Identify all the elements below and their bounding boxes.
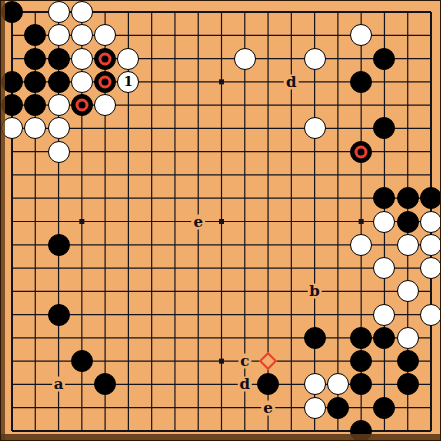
star-point	[219, 79, 224, 84]
white-stone	[71, 48, 93, 70]
white-stone	[48, 141, 70, 163]
black-stone	[373, 187, 395, 209]
black-stone-circle-marked	[350, 141, 372, 163]
black-stone	[350, 350, 372, 372]
black-stone	[71, 350, 93, 372]
white-stone	[420, 304, 441, 326]
go-board: 1abcddee	[0, 0, 441, 441]
black-stone	[94, 373, 116, 395]
white-stone	[94, 24, 116, 46]
star-point	[79, 219, 84, 224]
black-stone	[24, 24, 46, 46]
black-stone	[24, 48, 46, 70]
white-stone	[304, 397, 326, 419]
black-stone	[304, 327, 326, 349]
point-label-d: d	[238, 377, 253, 392]
star-point	[219, 359, 224, 364]
star-point	[219, 219, 224, 224]
white-stone	[420, 234, 441, 256]
point-label-b: b	[307, 284, 322, 299]
black-stone	[48, 234, 70, 256]
white-stone	[48, 117, 70, 139]
white-stone	[117, 48, 139, 70]
white-stone	[48, 1, 70, 23]
black-stone	[24, 94, 46, 116]
white-stone	[327, 373, 349, 395]
black-stone	[373, 327, 395, 349]
black-stone	[48, 71, 70, 93]
black-stone	[397, 373, 419, 395]
black-stone	[257, 373, 279, 395]
white-stone	[397, 280, 419, 302]
red-circle-mark	[355, 145, 368, 158]
white-stone	[304, 117, 326, 139]
point-label-e: e	[261, 400, 275, 415]
white-stone	[397, 327, 419, 349]
black-stone	[327, 397, 349, 419]
point-label-a: a	[52, 377, 66, 392]
white-stone	[304, 48, 326, 70]
board-edge-shade-left	[1, 1, 5, 441]
white-stone	[94, 94, 116, 116]
black-stone	[350, 373, 372, 395]
black-stone-circle-marked	[94, 48, 116, 70]
red-circle-mark	[99, 75, 112, 88]
white-stone	[420, 211, 441, 233]
black-stone	[24, 71, 46, 93]
white-stone	[420, 257, 441, 279]
black-stone	[48, 48, 70, 70]
white-stone	[397, 234, 419, 256]
point-label-d: d	[284, 74, 299, 89]
black-stone	[397, 350, 419, 372]
black-stone-circle-marked	[94, 71, 116, 93]
white-stone-numbered: 1	[117, 71, 139, 93]
white-stone	[350, 24, 372, 46]
white-stone	[304, 373, 326, 395]
black-stone	[397, 211, 419, 233]
point-label-c: c	[238, 354, 251, 369]
point-label-e: e	[191, 214, 205, 229]
stone-number-label: 1	[118, 72, 138, 92]
black-stone	[397, 187, 419, 209]
black-stone	[420, 187, 441, 209]
white-stone	[373, 304, 395, 326]
red-circle-mark	[99, 52, 112, 65]
white-stone	[373, 211, 395, 233]
board-edge-shade-bottom	[1, 434, 441, 440]
white-stone	[71, 1, 93, 23]
black-stone-circle-marked	[71, 94, 93, 116]
black-stone	[373, 117, 395, 139]
black-stone	[48, 304, 70, 326]
red-circle-mark	[75, 99, 88, 112]
black-stone	[350, 327, 372, 349]
white-stone	[71, 71, 93, 93]
black-stone	[373, 397, 395, 419]
white-stone	[373, 257, 395, 279]
white-stone	[48, 94, 70, 116]
white-stone	[234, 48, 256, 70]
white-stone	[48, 24, 70, 46]
star-point	[359, 219, 364, 224]
white-stone	[350, 234, 372, 256]
black-stone	[350, 71, 372, 93]
white-stone	[24, 117, 46, 139]
white-stone	[71, 24, 93, 46]
black-stone	[373, 48, 395, 70]
go-diagram: 1abcddee	[0, 0, 441, 441]
